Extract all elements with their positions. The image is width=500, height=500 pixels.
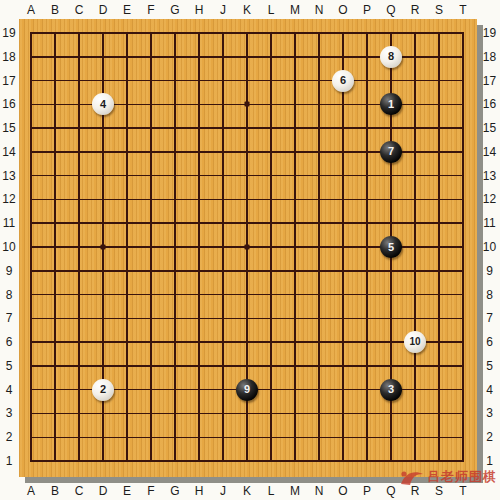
row-label-right-10: 10 [480, 240, 499, 254]
col-label-top-G: G [163, 3, 187, 17]
grid-line-horizontal [30, 270, 464, 272]
row-label-left-8: 8 [0, 288, 18, 302]
grid-line-vertical [318, 32, 320, 462]
row-label-left-10: 10 [0, 240, 18, 254]
col-label-top-A: A [19, 3, 43, 17]
col-label-bottom-D: D [91, 484, 115, 498]
row-label-right-13: 13 [480, 169, 499, 183]
col-label-top-M: M [283, 3, 307, 17]
grid-line-horizontal [30, 341, 464, 343]
col-label-bottom-L: L [259, 484, 283, 498]
row-label-left-6: 6 [0, 335, 18, 349]
stone-white-8-Q18[interactable]: 8 [380, 46, 402, 68]
col-label-bottom-B: B [43, 484, 67, 498]
go-board[interactable]: 12345678910 [19, 19, 477, 477]
col-label-top-B: B [43, 3, 67, 17]
stone-black-9-K4[interactable]: 9 [236, 379, 258, 401]
col-label-bottom-K: K [235, 484, 259, 498]
col-label-top-C: C [67, 3, 91, 17]
row-label-right-8: 8 [480, 288, 499, 302]
stone-white-10-R6[interactable]: 10 [404, 331, 426, 353]
col-label-top-E: E [115, 3, 139, 17]
stone-white-6-O17[interactable]: 6 [332, 70, 354, 92]
row-label-left-12: 12 [0, 192, 18, 206]
col-label-top-K: K [235, 3, 259, 17]
grid-line-horizontal [30, 318, 464, 320]
row-label-right-2: 2 [480, 430, 499, 444]
row-label-left-4: 4 [0, 383, 18, 397]
row-label-left-3: 3 [0, 406, 18, 420]
grid-line-vertical [414, 32, 416, 462]
grid-line-horizontal [30, 365, 464, 367]
row-label-right-4: 4 [480, 383, 499, 397]
stone-white-2-D4[interactable]: 2 [92, 379, 114, 401]
stone-black-3-Q4[interactable]: 3 [380, 379, 402, 401]
col-label-bottom-J: J [211, 484, 235, 498]
col-label-top-H: H [187, 3, 211, 17]
row-label-right-7: 7 [480, 311, 499, 325]
row-label-right-16: 16 [480, 97, 499, 111]
row-label-left-1: 1 [0, 454, 18, 468]
row-label-right-9: 9 [480, 264, 499, 278]
row-label-left-19: 19 [0, 26, 18, 40]
row-label-left-16: 16 [0, 97, 18, 111]
row-label-right-19: 19 [480, 26, 499, 40]
row-label-left-11: 11 [0, 216, 18, 230]
col-label-bottom-H: H [187, 484, 211, 498]
row-label-left-13: 13 [0, 169, 18, 183]
stone-white-4-D16[interactable]: 4 [92, 93, 114, 115]
row-label-right-14: 14 [480, 145, 499, 159]
grid-line-vertical [438, 32, 440, 462]
col-label-top-R: R [403, 3, 427, 17]
star-point-D10 [101, 245, 106, 250]
row-label-left-5: 5 [0, 359, 18, 373]
col-label-top-F: F [139, 3, 163, 17]
row-label-left-14: 14 [0, 145, 18, 159]
col-label-bottom-S: S [427, 484, 451, 498]
star-point-K16 [245, 102, 250, 107]
grid-line-horizontal [30, 437, 464, 439]
grid-line-horizontal [30, 460, 464, 462]
col-label-bottom-E: E [115, 484, 139, 498]
stone-black-7-Q14[interactable]: 7 [380, 141, 402, 163]
col-label-bottom-F: F [139, 484, 163, 498]
grid-line-vertical [366, 32, 368, 462]
col-label-bottom-G: G [163, 484, 187, 498]
row-label-right-1: 1 [480, 454, 499, 468]
row-label-right-11: 11 [480, 216, 499, 230]
row-label-right-17: 17 [480, 74, 499, 88]
row-label-right-5: 5 [480, 359, 499, 373]
row-label-right-3: 3 [480, 406, 499, 420]
col-label-bottom-N: N [307, 484, 331, 498]
row-label-right-12: 12 [480, 192, 499, 206]
grid-line-horizontal [30, 413, 464, 415]
row-label-left-7: 7 [0, 311, 18, 325]
row-label-right-18: 18 [480, 50, 499, 64]
col-label-bottom-R: R [403, 484, 427, 498]
grid-line-vertical [270, 32, 272, 462]
col-label-bottom-T: T [451, 484, 475, 498]
col-label-top-L: L [259, 3, 283, 17]
row-label-left-17: 17 [0, 74, 18, 88]
row-label-left-15: 15 [0, 121, 18, 135]
col-label-top-Q: Q [379, 3, 403, 17]
stone-black-1-Q16[interactable]: 1 [380, 93, 402, 115]
row-label-left-2: 2 [0, 430, 18, 444]
row-label-left-9: 9 [0, 264, 18, 278]
col-label-bottom-M: M [283, 484, 307, 498]
grid-line-vertical [294, 32, 296, 462]
col-label-bottom-Q: Q [379, 484, 403, 498]
col-label-bottom-C: C [67, 484, 91, 498]
grid-line-vertical [462, 32, 464, 462]
go-diagram: 12345678910 AABBCCDDEEFFGGHHJJKKLLMMNNOO… [0, 0, 500, 500]
col-label-top-D: D [91, 3, 115, 17]
star-point-K10 [245, 245, 250, 250]
row-label-right-15: 15 [480, 121, 499, 135]
col-label-bottom-A: A [19, 484, 43, 498]
grid-line-vertical [342, 32, 344, 462]
row-label-right-6: 6 [480, 335, 499, 349]
col-label-top-S: S [427, 3, 451, 17]
col-label-bottom-P: P [355, 484, 379, 498]
col-label-top-J: J [211, 3, 235, 17]
col-label-top-O: O [331, 3, 355, 17]
col-label-top-T: T [451, 3, 475, 17]
row-label-left-18: 18 [0, 50, 18, 64]
grid-line-horizontal [30, 294, 464, 296]
col-label-top-P: P [355, 3, 379, 17]
col-label-bottom-O: O [331, 484, 355, 498]
col-label-top-N: N [307, 3, 331, 17]
stone-black-5-Q10[interactable]: 5 [380, 236, 402, 258]
